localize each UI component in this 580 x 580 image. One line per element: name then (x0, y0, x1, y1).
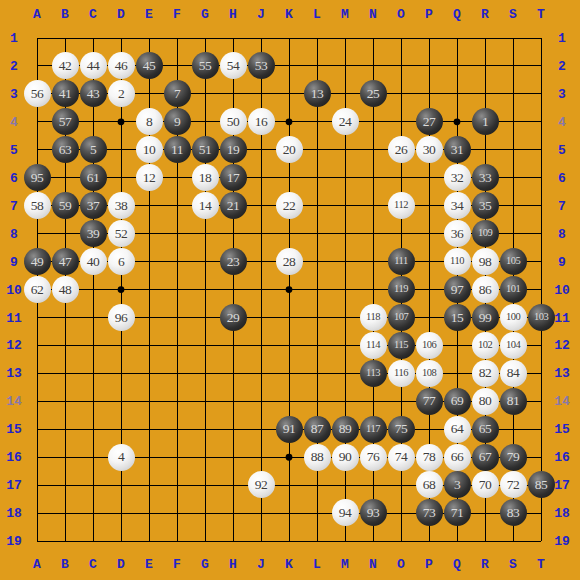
stone-white-k9[interactable]: 28 (276, 248, 303, 275)
stone-white-e5[interactable]: 10 (136, 136, 163, 163)
move-number: 104 (506, 340, 520, 351)
stone-white-n11[interactable]: 118 (360, 304, 387, 331)
stone-white-d9[interactable]: 6 (108, 248, 135, 275)
col-label-top-A: A (33, 8, 41, 21)
move-number: 94 (339, 506, 352, 520)
col-label-bottom-K: K (285, 558, 293, 571)
move-number: 113 (366, 368, 380, 379)
row-label-right-19: 19 (554, 535, 570, 548)
col-label-top-B: B (61, 8, 69, 21)
stone-black-t11[interactable]: 103 (528, 304, 555, 331)
stone-black-r6[interactable]: 33 (472, 164, 499, 191)
move-number: 95 (31, 171, 44, 185)
stone-black-h5[interactable]: 19 (220, 136, 247, 163)
row-label-right-7: 7 (558, 199, 566, 212)
stone-white-l16[interactable]: 88 (304, 444, 331, 471)
stone-black-o11[interactable]: 107 (388, 304, 415, 331)
stone-black-h7[interactable]: 21 (220, 192, 247, 219)
move-number: 118 (366, 312, 380, 323)
stone-black-q17[interactable]: 3 (444, 471, 471, 498)
row-label-right-1: 1 (558, 32, 566, 45)
row-label-left-1: 1 (10, 32, 18, 45)
stone-white-a3[interactable]: 56 (24, 80, 51, 107)
stone-white-g7[interactable]: 14 (192, 192, 219, 219)
stone-white-r9[interactable]: 98 (472, 248, 499, 275)
col-label-top-T: T (537, 8, 545, 21)
col-label-top-J: J (257, 8, 265, 21)
move-number: 23 (227, 255, 240, 269)
stone-white-r12[interactable]: 102 (472, 332, 499, 359)
move-number: 86 (479, 283, 492, 297)
col-label-bottom-C: C (89, 558, 97, 571)
stone-black-o12[interactable]: 115 (388, 332, 415, 359)
move-number: 24 (339, 115, 352, 129)
stone-black-t17[interactable]: 85 (528, 471, 555, 498)
col-label-bottom-E: E (145, 558, 153, 571)
stone-black-g5[interactable]: 51 (192, 136, 219, 163)
stone-black-f5[interactable]: 11 (164, 136, 191, 163)
stone-black-q18[interactable]: 71 (444, 499, 471, 526)
move-number: 28 (283, 255, 296, 269)
stone-black-s10[interactable]: 101 (500, 276, 527, 303)
row-label-left-11: 11 (6, 311, 22, 324)
stone-white-o13[interactable]: 116 (388, 360, 415, 387)
stone-black-b4[interactable]: 57 (52, 108, 79, 135)
row-label-right-15: 15 (554, 423, 570, 436)
stone-white-g6[interactable]: 18 (192, 164, 219, 191)
stone-black-c3[interactable]: 43 (80, 80, 107, 107)
stone-white-r13[interactable]: 82 (472, 360, 499, 387)
stone-white-m18[interactable]: 94 (332, 499, 359, 526)
stone-white-r14[interactable]: 80 (472, 388, 499, 415)
col-label-bottom-H: H (229, 558, 237, 571)
stone-black-k15[interactable]: 91 (276, 416, 303, 443)
move-number: 9 (174, 115, 180, 129)
col-label-top-L: L (313, 8, 321, 21)
stone-black-s16[interactable]: 79 (500, 444, 527, 471)
move-number: 59 (59, 199, 72, 213)
move-number: 47 (59, 255, 72, 269)
col-label-top-Q: Q (453, 8, 461, 21)
move-number: 112 (394, 200, 408, 211)
stone-black-c5[interactable]: 5 (80, 136, 107, 163)
row-label-left-10: 10 (6, 283, 22, 296)
col-label-top-M: M (341, 8, 349, 21)
stone-black-c8[interactable]: 39 (80, 220, 107, 247)
stone-black-p4[interactable]: 27 (416, 108, 443, 135)
stone-white-o7[interactable]: 112 (388, 192, 415, 219)
col-label-top-P: P (425, 8, 433, 21)
move-number: 26 (395, 143, 408, 157)
move-number: 115 (394, 340, 408, 351)
row-label-left-14: 14 (6, 395, 22, 408)
col-label-top-G: G (201, 8, 209, 21)
col-label-bottom-G: G (201, 558, 209, 571)
move-number: 54 (227, 59, 240, 73)
move-number: 18 (199, 171, 212, 185)
move-number: 69 (451, 394, 464, 408)
row-label-left-6: 6 (10, 171, 18, 184)
move-number: 58 (31, 199, 44, 213)
stone-white-c9[interactable]: 40 (80, 248, 107, 275)
stone-black-p14[interactable]: 77 (416, 388, 443, 415)
move-number: 30 (423, 143, 436, 157)
move-number: 117 (366, 424, 380, 435)
move-number: 62 (31, 283, 44, 297)
move-number: 31 (451, 143, 464, 157)
move-number: 92 (255, 478, 268, 492)
move-number: 97 (451, 283, 464, 297)
col-label-top-N: N (369, 8, 377, 21)
stone-black-f3[interactable]: 7 (164, 80, 191, 107)
stone-white-p12[interactable]: 106 (416, 332, 443, 359)
move-number: 50 (227, 115, 240, 129)
move-number: 99 (479, 311, 492, 325)
stone-black-p18[interactable]: 73 (416, 499, 443, 526)
move-number: 49 (31, 255, 44, 269)
stone-black-n3[interactable]: 25 (360, 80, 387, 107)
col-label-bottom-S: S (509, 558, 517, 571)
move-number: 21 (227, 199, 240, 213)
move-number: 64 (451, 422, 464, 436)
move-number: 68 (423, 478, 436, 492)
stone-white-p5[interactable]: 30 (416, 136, 443, 163)
row-label-left-3: 3 (10, 87, 18, 100)
move-number: 1 (482, 115, 488, 129)
col-label-bottom-M: M (341, 558, 349, 571)
stone-white-q8[interactable]: 36 (444, 220, 471, 247)
move-number: 8 (146, 115, 152, 129)
move-number: 108 (422, 368, 436, 379)
move-number: 119 (394, 284, 408, 295)
col-label-bottom-J: J (257, 558, 265, 571)
row-label-right-8: 8 (558, 227, 566, 240)
stone-white-m4[interactable]: 24 (332, 108, 359, 135)
col-label-bottom-T: T (537, 558, 545, 571)
stone-white-d2[interactable]: 46 (108, 52, 135, 79)
stone-white-n12[interactable]: 114 (360, 332, 387, 359)
stone-white-q16[interactable]: 66 (444, 444, 471, 471)
stone-black-r15[interactable]: 65 (472, 416, 499, 443)
move-number: 7 (174, 87, 180, 101)
stone-black-q10[interactable]: 97 (444, 276, 471, 303)
row-label-right-17: 17 (554, 479, 570, 492)
row-label-right-13: 13 (554, 367, 570, 380)
stone-black-l15[interactable]: 87 (304, 416, 331, 443)
stone-white-r10[interactable]: 86 (472, 276, 499, 303)
move-number: 75 (395, 422, 408, 436)
go-board[interactable]: AABBCCDDEEFFGGHHJJKKLLMMNNOOPPQQRRSSTT11… (0, 0, 580, 580)
move-number: 101 (506, 284, 520, 295)
stone-black-m15[interactable]: 89 (332, 416, 359, 443)
move-number: 114 (366, 340, 380, 351)
move-number: 44 (87, 59, 100, 73)
col-label-top-R: R (481, 8, 489, 21)
move-number: 109 (478, 228, 492, 239)
move-number: 48 (59, 283, 72, 297)
stone-white-b2[interactable]: 42 (52, 52, 79, 79)
stone-white-d7[interactable]: 38 (108, 192, 135, 219)
move-number: 89 (339, 422, 352, 436)
stone-white-q9[interactable]: 110 (444, 248, 471, 275)
stone-white-s17[interactable]: 72 (500, 471, 527, 498)
stone-black-n13[interactable]: 113 (360, 360, 387, 387)
col-label-top-E: E (145, 8, 153, 21)
move-number: 10 (143, 143, 156, 157)
move-number: 102 (478, 340, 492, 351)
col-label-bottom-D: D (117, 558, 125, 571)
row-label-right-14: 14 (554, 395, 570, 408)
move-number: 74 (395, 450, 408, 464)
move-number: 107 (394, 312, 408, 323)
move-number: 15 (451, 311, 464, 325)
row-label-right-5: 5 (558, 143, 566, 156)
row-label-left-7: 7 (10, 199, 18, 212)
move-number: 34 (451, 199, 464, 213)
stone-black-l3[interactable]: 13 (304, 80, 331, 107)
move-number: 46 (115, 59, 128, 73)
row-label-left-18: 18 (6, 507, 22, 520)
stone-white-b10[interactable]: 48 (52, 276, 79, 303)
move-number: 2 (118, 87, 124, 101)
move-number: 17 (227, 171, 240, 185)
move-number: 61 (87, 171, 100, 185)
row-label-right-12: 12 (554, 339, 570, 352)
move-number: 55 (199, 59, 212, 73)
stone-black-a6[interactable]: 95 (24, 164, 51, 191)
row-label-left-5: 5 (10, 143, 18, 156)
stone-black-h9[interactable]: 23 (220, 248, 247, 275)
stone-white-o16[interactable]: 74 (388, 444, 415, 471)
col-label-top-S: S (509, 8, 517, 21)
stone-black-q11[interactable]: 15 (444, 304, 471, 331)
stone-black-a9[interactable]: 49 (24, 248, 51, 275)
stone-black-r8[interactable]: 109 (472, 220, 499, 247)
move-number: 77 (423, 394, 436, 408)
stone-black-n18[interactable]: 93 (360, 499, 387, 526)
stone-black-s18[interactable]: 83 (500, 499, 527, 526)
move-number: 73 (423, 506, 436, 520)
stone-white-h4[interactable]: 50 (220, 108, 247, 135)
move-number: 106 (422, 340, 436, 351)
stone-black-o15[interactable]: 75 (388, 416, 415, 443)
stones-grid: 1234567891011121314151617181920212223242… (23, 24, 555, 555)
stone-white-s12[interactable]: 104 (500, 332, 527, 359)
move-number: 83 (507, 506, 520, 520)
move-number: 71 (451, 506, 464, 520)
stone-black-s14[interactable]: 81 (500, 388, 527, 415)
move-number: 25 (367, 87, 380, 101)
move-number: 110 (450, 256, 464, 267)
move-number: 98 (479, 255, 492, 269)
col-label-bottom-F: F (173, 558, 181, 571)
stone-white-q7[interactable]: 34 (444, 192, 471, 219)
stone-black-c7[interactable]: 37 (80, 192, 107, 219)
stone-black-o9[interactable]: 111 (388, 248, 415, 275)
stone-black-b3[interactable]: 41 (52, 80, 79, 107)
move-number: 84 (507, 366, 520, 380)
move-number: 67 (479, 450, 492, 464)
stone-black-j2[interactable]: 53 (248, 52, 275, 79)
stone-white-h2[interactable]: 54 (220, 52, 247, 79)
move-number: 116 (394, 368, 408, 379)
row-label-right-16: 16 (554, 451, 570, 464)
stone-white-k7[interactable]: 22 (276, 192, 303, 219)
move-number: 111 (394, 256, 407, 267)
col-label-bottom-B: B (61, 558, 69, 571)
stone-white-a10[interactable]: 62 (24, 276, 51, 303)
row-label-right-18: 18 (554, 507, 570, 520)
stone-black-q5[interactable]: 31 (444, 136, 471, 163)
row-label-left-12: 12 (6, 339, 22, 352)
stone-black-c6[interactable]: 61 (80, 164, 107, 191)
row-label-left-8: 8 (10, 227, 18, 240)
stone-black-r11[interactable]: 99 (472, 304, 499, 331)
move-number: 38 (115, 199, 128, 213)
move-number: 66 (451, 450, 464, 464)
stone-white-p16[interactable]: 78 (416, 444, 443, 471)
col-label-top-C: C (89, 8, 97, 21)
move-number: 81 (507, 394, 520, 408)
stone-black-o10[interactable]: 119 (388, 276, 415, 303)
col-label-top-O: O (397, 8, 405, 21)
col-label-bottom-R: R (481, 558, 489, 571)
stone-black-n15[interactable]: 117 (360, 416, 387, 443)
stone-white-s13[interactable]: 84 (500, 360, 527, 387)
col-label-top-H: H (229, 8, 237, 21)
stone-white-q6[interactable]: 32 (444, 164, 471, 191)
stone-black-b9[interactable]: 47 (52, 248, 79, 275)
stone-white-p17[interactable]: 68 (416, 471, 443, 498)
stone-white-e6[interactable]: 12 (136, 164, 163, 191)
stone-black-b5[interactable]: 63 (52, 136, 79, 163)
move-number: 27 (423, 115, 436, 129)
move-number: 65 (479, 422, 492, 436)
stone-black-e2[interactable]: 45 (136, 52, 163, 79)
stone-white-p13[interactable]: 108 (416, 360, 443, 387)
row-label-right-10: 10 (554, 283, 570, 296)
row-label-left-13: 13 (6, 367, 22, 380)
stone-black-r7[interactable]: 35 (472, 192, 499, 219)
stone-white-d11[interactable]: 96 (108, 304, 135, 331)
stone-white-j17[interactable]: 92 (248, 471, 275, 498)
stone-white-c2[interactable]: 44 (80, 52, 107, 79)
col-label-top-K: K (285, 8, 293, 21)
move-number: 39 (87, 227, 100, 241)
move-number: 87 (311, 422, 324, 436)
stone-white-q15[interactable]: 64 (444, 416, 471, 443)
row-label-right-2: 2 (558, 59, 566, 72)
move-number: 88 (311, 450, 324, 464)
move-number: 100 (506, 312, 520, 323)
move-number: 80 (479, 394, 492, 408)
move-number: 11 (171, 143, 183, 157)
stone-black-r4[interactable]: 1 (472, 108, 499, 135)
move-number: 40 (87, 255, 100, 269)
stone-white-m16[interactable]: 90 (332, 444, 359, 471)
row-label-left-15: 15 (6, 423, 22, 436)
move-number: 63 (59, 143, 72, 157)
stone-white-s11[interactable]: 100 (500, 304, 527, 331)
row-label-right-9: 9 (558, 255, 566, 268)
col-label-top-F: F (173, 8, 181, 21)
stone-white-n16[interactable]: 76 (360, 444, 387, 471)
col-label-bottom-O: O (397, 558, 405, 571)
stone-black-h6[interactable]: 17 (220, 164, 247, 191)
move-number: 72 (507, 478, 520, 492)
move-number: 42 (59, 59, 72, 73)
stone-black-s9[interactable]: 105 (500, 248, 527, 275)
move-number: 82 (479, 366, 492, 380)
row-label-right-6: 6 (558, 171, 566, 184)
move-number: 78 (423, 450, 436, 464)
move-number: 35 (479, 199, 492, 213)
stone-white-d3[interactable]: 2 (108, 80, 135, 107)
move-number: 105 (506, 256, 520, 267)
move-number: 85 (535, 478, 548, 492)
col-label-bottom-A: A (33, 558, 41, 571)
move-number: 19 (227, 143, 240, 157)
stone-white-e4[interactable]: 8 (136, 108, 163, 135)
row-label-left-9: 9 (10, 255, 18, 268)
move-number: 5 (90, 143, 96, 157)
col-label-bottom-N: N (369, 558, 377, 571)
col-label-top-D: D (117, 8, 125, 21)
stone-white-k5[interactable]: 20 (276, 136, 303, 163)
move-number: 70 (479, 478, 492, 492)
move-number: 43 (87, 87, 100, 101)
stone-black-b7[interactable]: 59 (52, 192, 79, 219)
move-number: 33 (479, 171, 492, 185)
move-number: 41 (59, 87, 72, 101)
stone-black-g2[interactable]: 55 (192, 52, 219, 79)
row-label-right-11: 11 (554, 311, 570, 324)
stone-white-j4[interactable]: 16 (248, 108, 275, 135)
col-label-bottom-P: P (425, 558, 433, 571)
move-number: 12 (143, 171, 156, 185)
stone-black-r16[interactable]: 67 (472, 444, 499, 471)
stone-black-f4[interactable]: 9 (164, 108, 191, 135)
move-number: 53 (255, 59, 268, 73)
move-number: 56 (31, 87, 44, 101)
stone-white-r17[interactable]: 70 (472, 471, 499, 498)
move-number: 51 (199, 143, 212, 157)
stone-black-h11[interactable]: 29 (220, 304, 247, 331)
move-number: 32 (451, 171, 464, 185)
stone-white-d8[interactable]: 52 (108, 220, 135, 247)
row-label-right-4: 4 (558, 115, 566, 128)
move-number: 29 (227, 311, 240, 325)
move-number: 4 (118, 450, 124, 464)
move-number: 20 (283, 143, 296, 157)
row-label-left-2: 2 (10, 59, 18, 72)
row-label-left-4: 4 (10, 115, 18, 128)
move-number: 91 (283, 422, 296, 436)
move-number: 57 (59, 115, 72, 129)
stone-white-d16[interactable]: 4 (108, 444, 135, 471)
move-number: 14 (199, 199, 212, 213)
move-number: 45 (143, 59, 156, 73)
move-number: 3 (454, 478, 460, 492)
move-number: 13 (311, 87, 324, 101)
move-number: 6 (118, 255, 124, 269)
move-number: 37 (87, 199, 100, 213)
row-label-right-3: 3 (558, 87, 566, 100)
move-number: 76 (367, 450, 380, 464)
stone-black-q14[interactable]: 69 (444, 388, 471, 415)
stone-white-a7[interactable]: 58 (24, 192, 51, 219)
stone-white-o5[interactable]: 26 (388, 136, 415, 163)
